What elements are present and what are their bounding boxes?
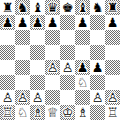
square-e1[interactable]: ♔ — [60, 105, 75, 120]
square-a5[interactable] — [0, 45, 15, 60]
square-g7[interactable] — [90, 15, 105, 30]
square-e5[interactable] — [60, 45, 75, 60]
piece-white-pawn: ♙ — [17, 90, 29, 105]
piece-black-pawn: ♟ — [2, 15, 14, 30]
square-f6[interactable] — [75, 30, 90, 45]
square-g8[interactable]: ♞ — [90, 0, 105, 15]
square-h5[interactable] — [105, 45, 120, 60]
square-f5[interactable] — [75, 45, 90, 60]
square-a1[interactable]: ♖ — [0, 105, 15, 120]
square-g5[interactable] — [90, 45, 105, 60]
piece-black-pawn: ♟ — [47, 15, 59, 30]
piece-white-pawn: ♙ — [107, 90, 119, 105]
piece-white-king: ♔ — [62, 105, 74, 120]
square-c3[interactable] — [30, 75, 45, 90]
square-c8[interactable]: ♝ — [30, 0, 45, 15]
square-b1[interactable]: ♘ — [15, 105, 30, 120]
piece-black-pawn: ♟ — [77, 15, 89, 30]
piece-white-knight: ♘ — [17, 105, 29, 120]
square-a3[interactable] — [0, 75, 15, 90]
square-f3[interactable]: ♘ — [75, 75, 90, 90]
square-g2[interactable]: ♙ — [90, 90, 105, 105]
square-b4[interactable] — [15, 60, 30, 75]
piece-white-knight: ♘ — [77, 75, 89, 90]
square-b7[interactable]: ♟ — [15, 15, 30, 30]
square-d6[interactable] — [45, 30, 60, 45]
square-h3[interactable] — [105, 75, 120, 90]
square-h6[interactable] — [105, 30, 120, 45]
piece-black-pawn: ♟ — [32, 15, 44, 30]
square-e6[interactable] — [60, 30, 75, 45]
square-h1[interactable]: ♖ — [105, 105, 120, 120]
piece-white-pawn: ♙ — [47, 60, 59, 75]
square-a7[interactable]: ♟ — [0, 15, 15, 30]
square-h2[interactable]: ♙ — [105, 90, 120, 105]
piece-white-pawn: ♙ — [32, 90, 44, 105]
piece-white-pawn: ♙ — [92, 90, 104, 105]
square-b3[interactable] — [15, 75, 30, 90]
piece-white-pawn: ♙ — [2, 90, 14, 105]
square-d8[interactable]: ♛ — [45, 0, 60, 15]
square-e8[interactable]: ♚ — [60, 0, 75, 15]
square-a2[interactable]: ♙ — [0, 90, 15, 105]
square-d1[interactable]: ♕ — [45, 105, 60, 120]
square-c2[interactable]: ♙ — [30, 90, 45, 105]
square-c7[interactable]: ♟ — [30, 15, 45, 30]
piece-white-pawn: ♙ — [62, 60, 74, 75]
piece-black-pawn: ♟ — [77, 60, 89, 75]
square-c5[interactable] — [30, 45, 45, 60]
piece-black-pawn: ♟ — [107, 15, 119, 30]
piece-black-pawn: ♟ — [17, 15, 29, 30]
piece-black-king: ♚ — [62, 0, 74, 15]
piece-white-bishop: ♗ — [77, 105, 89, 120]
piece-white-rook: ♖ — [2, 105, 14, 120]
piece-black-pawn: ♟ — [92, 60, 104, 75]
square-b2[interactable]: ♙ — [15, 90, 30, 105]
square-f2[interactable] — [75, 90, 90, 105]
square-g3[interactable] — [90, 75, 105, 90]
square-c1[interactable]: ♗ — [30, 105, 45, 120]
square-g1[interactable] — [90, 105, 105, 120]
square-e4[interactable]: ♙ — [60, 60, 75, 75]
square-d2[interactable] — [45, 90, 60, 105]
square-h4[interactable] — [105, 60, 120, 75]
square-f1[interactable]: ♗ — [75, 105, 90, 120]
square-b8[interactable]: ♞ — [15, 0, 30, 15]
piece-black-bishop: ♝ — [77, 0, 89, 15]
piece-white-rook: ♖ — [107, 105, 119, 120]
square-a4[interactable] — [0, 60, 15, 75]
piece-black-rook: ♜ — [107, 0, 119, 15]
square-f7[interactable]: ♟ — [75, 15, 90, 30]
square-h7[interactable]: ♟ — [105, 15, 120, 30]
square-b5[interactable] — [15, 45, 30, 60]
square-a8[interactable]: ♜ — [0, 0, 15, 15]
square-f8[interactable]: ♝ — [75, 0, 90, 15]
square-d4[interactable]: ♙ — [45, 60, 60, 75]
square-e7[interactable] — [60, 15, 75, 30]
square-d7[interactable]: ♟ — [45, 15, 60, 30]
piece-white-bishop: ♗ — [32, 105, 44, 120]
square-e2[interactable] — [60, 90, 75, 105]
square-g4[interactable]: ♟ — [90, 60, 105, 75]
piece-black-rook: ♜ — [2, 0, 14, 15]
square-e3[interactable] — [60, 75, 75, 90]
piece-white-queen: ♕ — [47, 105, 59, 120]
square-d5[interactable] — [45, 45, 60, 60]
piece-black-queen: ♛ — [47, 0, 59, 15]
square-a6[interactable] — [0, 30, 15, 45]
square-g6[interactable] — [90, 30, 105, 45]
chess-board: ♜♞♝♛♚♝♞♜♟♟♟♟♟♟♙♙♟♟♘♙♙♙♙♙♖♘♗♕♔♗♖ — [0, 0, 120, 120]
square-b6[interactable] — [15, 30, 30, 45]
square-f4[interactable]: ♟ — [75, 60, 90, 75]
piece-black-knight: ♞ — [17, 0, 29, 15]
square-d3[interactable] — [45, 75, 60, 90]
square-c4[interactable] — [30, 60, 45, 75]
square-h8[interactable]: ♜ — [105, 0, 120, 15]
square-c6[interactable] — [30, 30, 45, 45]
piece-black-bishop: ♝ — [32, 0, 44, 15]
piece-black-knight: ♞ — [92, 0, 104, 15]
